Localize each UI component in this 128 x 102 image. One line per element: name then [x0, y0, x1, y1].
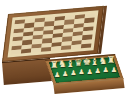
box-front-face — [2, 58, 52, 85]
board-square — [81, 43, 92, 48]
chess-board — [2, 6, 104, 62]
board-squares — [11, 14, 95, 55]
chess-box-product-photo: ♜♞♝♛♚♝♞♜♟♟♟♟♟♟♟♟ — [0, 0, 128, 102]
